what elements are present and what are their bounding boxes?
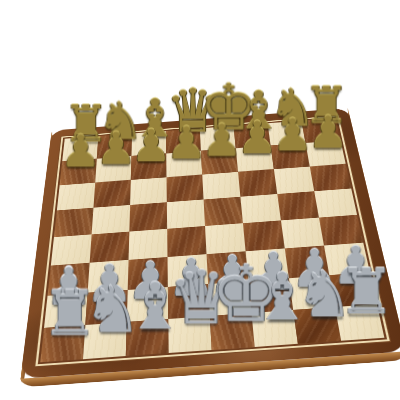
square-a4	[51, 234, 92, 265]
piece-black-knight: ♞	[269, 82, 304, 134]
square-a3	[48, 263, 90, 296]
square-g4	[281, 218, 324, 249]
chess-board: ♜♞♝♛♚♝♞♜♟♟♟♟♟♟♟♟♟♟♟♟♟♟♟♟♜♞♝♛♚♝♞♜	[20, 108, 400, 379]
square-a5	[54, 208, 94, 237]
square-e6	[202, 172, 240, 200]
square-h8: ♜	[302, 118, 341, 143]
square-c1: ♝	[126, 319, 169, 356]
square-f3	[246, 248, 289, 281]
square-h5	[314, 188, 357, 217]
square-c2: ♟	[127, 287, 168, 322]
piece-black-queen: ♛	[166, 82, 200, 142]
square-b5	[92, 205, 130, 234]
square-g5	[277, 191, 319, 220]
square-f6	[238, 169, 277, 197]
square-d1: ♛	[168, 316, 211, 353]
square-c8: ♝	[131, 131, 166, 156]
piece-black-knight: ♞	[97, 95, 131, 147]
square-d8: ♛	[166, 128, 201, 153]
square-e2: ♟	[208, 281, 251, 316]
square-c4	[129, 229, 168, 260]
square-g6	[274, 166, 314, 194]
square-c3	[128, 257, 168, 290]
square-f5	[240, 194, 281, 223]
square-b8: ♞	[97, 134, 132, 159]
square-c7: ♟	[131, 153, 167, 179]
square-a2: ♟	[44, 293, 88, 328]
square-c5	[129, 202, 167, 231]
square-b6	[93, 180, 130, 208]
square-f8: ♝	[234, 123, 271, 148]
square-a8: ♜	[62, 136, 98, 161]
square-g2: ♟	[289, 275, 335, 310]
chess-set-photo: ♜♞♝♛♚♝♞♜♟♟♟♟♟♟♟♟♟♟♟♟♟♟♟♟♜♞♝♛♚♝♞♜	[0, 0, 400, 400]
piece-black-bishop: ♝	[132, 92, 166, 145]
square-h6	[310, 164, 351, 192]
square-e3	[207, 251, 249, 284]
square-d7: ♟	[166, 151, 202, 177]
square-d2: ♟	[168, 284, 210, 319]
square-b1: ♞	[83, 322, 127, 359]
square-d3	[167, 254, 208, 287]
piece-black-king: ♚	[200, 76, 234, 140]
square-g1: ♞	[293, 307, 341, 344]
square-d6	[166, 174, 203, 202]
piece-black-rook: ♜	[63, 99, 97, 150]
square-e5	[204, 197, 243, 226]
square-b7: ♟	[95, 156, 131, 182]
square-d4	[167, 226, 206, 257]
square-a1: ♜	[40, 325, 85, 362]
square-h4	[319, 215, 363, 246]
piece-black-bishop: ♝	[235, 84, 269, 137]
square-h7: ♟	[306, 140, 346, 166]
square-e1: ♚	[210, 313, 255, 350]
square-h1: ♜	[335, 304, 384, 341]
square-e7: ♟	[201, 148, 238, 174]
playing-field: ♜♞♝♛♚♝♞♜♟♟♟♟♟♟♟♟♟♟♟♟♟♟♟♟♜♞♝♛♚♝♞♜	[40, 118, 384, 362]
square-b4	[90, 232, 130, 263]
square-f2: ♟	[248, 278, 293, 313]
square-b2: ♟	[85, 290, 127, 325]
square-g7: ♟	[271, 143, 310, 169]
square-d5	[167, 199, 205, 228]
square-h3	[324, 243, 370, 276]
square-f7: ♟	[236, 146, 274, 172]
square-a7: ♟	[60, 159, 97, 185]
square-g8: ♞	[268, 121, 306, 146]
square-e4	[205, 223, 246, 254]
piece-black-rook: ♜	[304, 81, 339, 132]
square-e8: ♚	[200, 126, 236, 151]
piece-white-bishop: ♝	[126, 274, 168, 339]
square-h2: ♟	[329, 272, 377, 307]
square-c6	[130, 177, 167, 205]
square-f1: ♝	[251, 310, 297, 347]
square-g3	[285, 246, 330, 279]
square-a6	[57, 182, 95, 210]
square-b3	[88, 260, 129, 293]
square-f4	[243, 220, 285, 251]
